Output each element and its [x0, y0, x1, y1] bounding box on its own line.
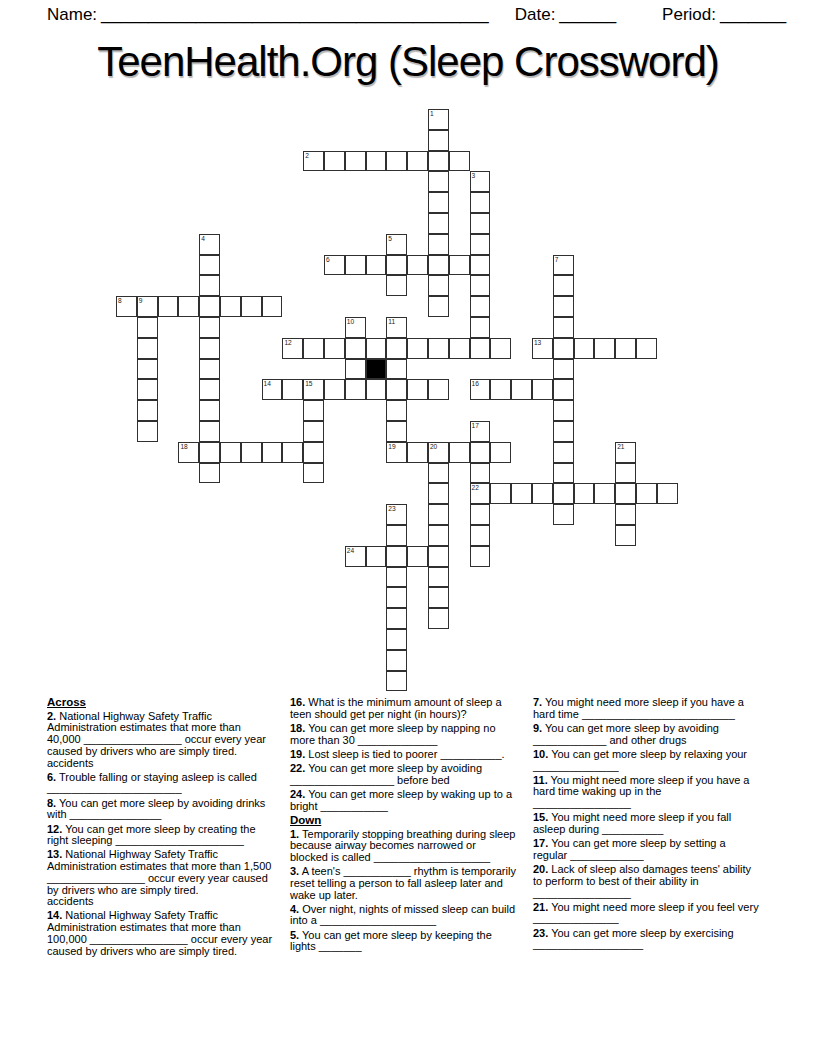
- grid-cell[interactable]: [366, 338, 387, 359]
- grid-cell[interactable]: [428, 608, 449, 629]
- grid-cell[interactable]: 12: [282, 338, 303, 359]
- grid-cell[interactable]: [407, 151, 428, 172]
- grid-cell[interactable]: [199, 400, 220, 421]
- clue-number: 7: [555, 256, 559, 264]
- grid-cell[interactable]: [407, 255, 428, 276]
- clue-number: 16: [472, 380, 479, 388]
- grid-cell[interactable]: [574, 338, 595, 359]
- clue-number-label: 7.: [533, 696, 542, 708]
- clue-number: 2: [305, 152, 309, 160]
- grid-cell[interactable]: [470, 234, 491, 255]
- grid-cell[interactable]: [199, 255, 220, 276]
- grid-cell[interactable]: [303, 442, 324, 463]
- grid-cell[interactable]: [470, 525, 491, 546]
- grid-cell[interactable]: [470, 442, 491, 463]
- grid-cell[interactable]: [553, 379, 574, 400]
- grid-cell[interactable]: [345, 338, 366, 359]
- clue-column: 16. What is the minimum amount of sleep …: [290, 697, 516, 960]
- grid-cell[interactable]: [366, 255, 387, 276]
- grid-cell[interactable]: [366, 546, 387, 567]
- grid-cell[interactable]: [428, 130, 449, 151]
- clue-number-label: 6.: [47, 771, 56, 783]
- grid-cell[interactable]: [490, 379, 511, 400]
- grid-cell[interactable]: [449, 255, 470, 276]
- grid-cell[interactable]: [636, 338, 657, 359]
- grid-cell[interactable]: [553, 359, 574, 380]
- grid-cell[interactable]: [386, 379, 407, 400]
- clue-number: 9: [139, 297, 143, 305]
- grid-cell[interactable]: 8: [116, 296, 137, 317]
- grid-cell[interactable]: 21: [615, 442, 636, 463]
- grid-cell[interactable]: [428, 338, 449, 359]
- clue: 7. You might need more sleep if you have…: [533, 697, 759, 720]
- clue-number: 14: [264, 380, 271, 388]
- clue: 13. National Highway Safety Traffic Admi…: [47, 849, 273, 908]
- grid-cell[interactable]: [386, 275, 407, 296]
- grid-cell[interactable]: 9: [137, 296, 158, 317]
- grid-cell[interactable]: [386, 421, 407, 442]
- clue: 10. You can get more sleep by relaxing y…: [533, 749, 759, 772]
- grid-cell[interactable]: [407, 379, 428, 400]
- grid-cell[interactable]: [511, 379, 532, 400]
- grid-cell[interactable]: [470, 338, 491, 359]
- clue: 14. National Highway Safety Traffic Admi…: [47, 910, 273, 957]
- grid-cell[interactable]: [428, 171, 449, 192]
- grid-cell[interactable]: [428, 255, 449, 276]
- grid-cell[interactable]: [490, 338, 511, 359]
- clue-number-label: 13.: [47, 848, 62, 860]
- grid-cell[interactable]: [594, 338, 615, 359]
- grid-cell[interactable]: [574, 483, 595, 504]
- grid-cell[interactable]: 5: [386, 234, 407, 255]
- grid-cell[interactable]: [199, 463, 220, 484]
- clue-number: 11: [388, 318, 395, 326]
- grid-cell[interactable]: [282, 442, 303, 463]
- grid-cell[interactable]: [594, 483, 615, 504]
- clue-number-label: 10.: [533, 748, 548, 760]
- grid-cell[interactable]: [428, 213, 449, 234]
- grid-cell[interactable]: [511, 483, 532, 504]
- clue-number-label: 9.: [533, 722, 542, 734]
- grid-cell[interactable]: [553, 400, 574, 421]
- grid-cell[interactable]: 7: [553, 255, 574, 276]
- grid-cell[interactable]: [199, 338, 220, 359]
- grid-cell[interactable]: [553, 442, 574, 463]
- clue-number-label: 11.: [533, 774, 548, 786]
- clue: 2. National Highway Safety Traffic Admin…: [47, 711, 273, 770]
- clue-number: 21: [617, 443, 624, 451]
- grid-cell[interactable]: 15: [303, 379, 324, 400]
- grid-cell[interactable]: [262, 296, 283, 317]
- clue-number-label: 8.: [47, 797, 56, 809]
- grid-cell[interactable]: [241, 296, 262, 317]
- period-label: Period:: [662, 5, 716, 25]
- grid-cell[interactable]: [615, 483, 636, 504]
- grid-cell[interactable]: 20: [428, 442, 449, 463]
- clue-number-label: 23.: [533, 927, 548, 939]
- grid-cell[interactable]: [449, 338, 470, 359]
- worksheet-page: Name: __________________________________…: [0, 0, 816, 1056]
- grid-cell[interactable]: [470, 255, 491, 276]
- clue-number-label: 22.: [290, 762, 305, 774]
- grid-cell[interactable]: [345, 379, 366, 400]
- clue-number-label: 21.: [533, 901, 548, 913]
- clue-number-label: 12.: [47, 823, 62, 835]
- grid-cell[interactable]: [470, 504, 491, 525]
- clue: 19. Lost sleep is tied to poorer _______…: [290, 749, 516, 761]
- grid-cell[interactable]: [199, 359, 220, 380]
- grid-cell[interactable]: [553, 421, 574, 442]
- grid-cell[interactable]: [386, 546, 407, 567]
- clue: 15. You might need more sleep if you fal…: [533, 812, 759, 835]
- grid-cell[interactable]: [303, 338, 324, 359]
- clue-number: 1: [430, 110, 434, 118]
- grid-cell[interactable]: [345, 255, 366, 276]
- clue-number-label: 17.: [533, 837, 548, 849]
- grid-cell[interactable]: 10: [345, 317, 366, 338]
- grid-cell[interactable]: [386, 587, 407, 608]
- grid-cell[interactable]: [386, 629, 407, 650]
- clue-number-label: 19.: [290, 748, 305, 760]
- grid-cell[interactable]: [428, 379, 449, 400]
- grid-cell[interactable]: [615, 504, 636, 525]
- clue: 23. You can get more sleep by exercising…: [533, 928, 759, 951]
- grid-cell[interactable]: [553, 463, 574, 484]
- clue-number-label: 15.: [533, 811, 548, 823]
- grid-cell[interactable]: [470, 213, 491, 234]
- grid-cell[interactable]: [428, 567, 449, 588]
- grid-cell[interactable]: [386, 151, 407, 172]
- name-label: Name:: [47, 5, 97, 25]
- grid-cell[interactable]: [345, 359, 366, 380]
- grid-cell[interactable]: 3: [470, 171, 491, 192]
- grid-cell[interactable]: 6: [324, 255, 345, 276]
- grid-cell[interactable]: [137, 338, 158, 359]
- grid-cell[interactable]: [553, 275, 574, 296]
- clue-number-label: 5.: [290, 929, 299, 941]
- clue-number: 3: [472, 172, 476, 180]
- grid-cell[interactable]: [282, 379, 303, 400]
- grid-cell[interactable]: [407, 442, 428, 463]
- period-blank-line[interactable]: _______: [720, 5, 786, 25]
- grid-cell[interactable]: [137, 400, 158, 421]
- grid-cell[interactable]: 17: [470, 421, 491, 442]
- date-label: Date:: [515, 5, 556, 25]
- grid-cell[interactable]: [428, 504, 449, 525]
- grid-cell[interactable]: [657, 483, 678, 504]
- name-blank-line[interactable]: ________________________________________…: [101, 5, 489, 25]
- grid-cell[interactable]: 14: [262, 379, 283, 400]
- clue-number: 17: [472, 422, 479, 430]
- clue-number: 20: [430, 443, 437, 451]
- clue-number-label: 16.: [290, 696, 305, 708]
- grid-cell[interactable]: [532, 483, 553, 504]
- grid-cell[interactable]: [178, 296, 199, 317]
- date-blank-line[interactable]: ______: [559, 5, 616, 25]
- worksheet-header: Name: __________________________________…: [47, 5, 739, 25]
- clue-number-label: 2.: [47, 710, 56, 722]
- grid-cell[interactable]: [615, 525, 636, 546]
- grid-cell[interactable]: [303, 400, 324, 421]
- clue: 24. You can get more sleep by waking up …: [290, 789, 516, 812]
- grid-cell[interactable]: [428, 546, 449, 567]
- grid-cell[interactable]: [428, 463, 449, 484]
- grid-cell[interactable]: [470, 275, 491, 296]
- clue-number: 5: [388, 235, 392, 243]
- clue-number: 13: [534, 339, 541, 347]
- clue: 3. A teen's ___________ rhythm is tempor…: [290, 866, 516, 901]
- grid-cell[interactable]: [158, 296, 179, 317]
- grid-cell[interactable]: [449, 442, 470, 463]
- grid-cell[interactable]: [428, 525, 449, 546]
- grid-cell[interactable]: [137, 379, 158, 400]
- clue-number: 15: [305, 380, 312, 388]
- grid-cell[interactable]: [490, 442, 511, 463]
- clue-column: Across2. National Highway Safety Traffic…: [47, 697, 273, 960]
- grid-cell[interactable]: [324, 379, 345, 400]
- clue: 5. You can get more sleep by keeping the…: [290, 930, 516, 953]
- grid-cell[interactable]: [449, 151, 470, 172]
- grid-cell[interactable]: [366, 379, 387, 400]
- clue: 12. You can get more sleep by creating t…: [47, 824, 273, 847]
- clue-number: 22: [472, 484, 479, 492]
- grid-cell[interactable]: [532, 379, 553, 400]
- grid-cell[interactable]: [553, 483, 574, 504]
- grid-cell[interactable]: 4: [199, 234, 220, 255]
- clue: 6. Trouble falling or staying asleep is …: [47, 772, 273, 795]
- grid-cell[interactable]: [386, 359, 407, 380]
- clue-number-label: 3.: [290, 865, 299, 877]
- clue: 20. Lack of sleep also damages teens' ab…: [533, 864, 759, 899]
- grid-cell[interactable]: [470, 463, 491, 484]
- clue-number: 6: [326, 256, 330, 264]
- grid-cell[interactable]: [220, 296, 241, 317]
- grid-cell[interactable]: [199, 442, 220, 463]
- grid-cell[interactable]: 18: [178, 442, 199, 463]
- grid-cell[interactable]: [428, 192, 449, 213]
- clue-number-label: 24.: [290, 788, 305, 800]
- grid-cell[interactable]: [262, 442, 283, 463]
- clue-section-header: Across: [47, 697, 273, 709]
- clue: 22. You can get more sleep by avoiding _…: [290, 763, 516, 786]
- grid-cell[interactable]: [324, 338, 345, 359]
- clue: 18. You can get more sleep by napping no…: [290, 723, 516, 746]
- clue: 11. You might need more sleep if you hav…: [533, 775, 759, 810]
- grid-cell[interactable]: [470, 192, 491, 213]
- clue-section: Across2. National Highway Safety Traffic…: [47, 697, 760, 960]
- grid-cell[interactable]: [386, 650, 407, 671]
- grid-cell[interactable]: [470, 546, 491, 567]
- clue-number-label: 18.: [290, 722, 305, 734]
- grid-cell[interactable]: [137, 317, 158, 338]
- grid-cell[interactable]: [470, 317, 491, 338]
- grid-cell[interactable]: [303, 463, 324, 484]
- clue-section-header: Down: [290, 815, 516, 827]
- grid-cell[interactable]: [241, 442, 262, 463]
- grid-cell[interactable]: 11: [386, 317, 407, 338]
- grid-cell[interactable]: [386, 608, 407, 629]
- grid-cell[interactable]: [636, 483, 657, 504]
- clue-number: 10: [347, 318, 354, 326]
- clue-number: 12: [284, 339, 291, 347]
- clue: 16. What is the minimum amount of sleep …: [290, 697, 516, 720]
- clue-number: 19: [388, 443, 395, 451]
- clue: 8. You can get more sleep by avoiding dr…: [47, 798, 273, 821]
- grid-cell[interactable]: [553, 317, 574, 338]
- grid-cell[interactable]: [615, 463, 636, 484]
- grid-cell[interactable]: [407, 338, 428, 359]
- grid-cell[interactable]: [615, 338, 636, 359]
- grid-cell[interactable]: [345, 151, 366, 172]
- clue-number: 4: [201, 235, 205, 243]
- clue-number: 8: [118, 297, 122, 305]
- clue: 4. Over night, nights of missed sleep ca…: [290, 904, 516, 927]
- grid-cell[interactable]: [199, 317, 220, 338]
- blocked-cell: [366, 359, 387, 380]
- clue-number-label: 1.: [290, 828, 299, 840]
- clue-number-label: 4.: [290, 903, 299, 915]
- clue: 9. You can get more sleep by avoiding __…: [533, 723, 759, 746]
- grid-cell[interactable]: 2: [303, 151, 324, 172]
- grid-cell[interactable]: 19: [386, 442, 407, 463]
- grid-cell[interactable]: [428, 151, 449, 172]
- grid-cell[interactable]: [366, 151, 387, 172]
- clue-number-label: 14.: [47, 909, 62, 921]
- grid-cell[interactable]: 16: [470, 379, 491, 400]
- crossword-grid: 123456789101112131415161718192021222324: [116, 109, 678, 691]
- grid-cell[interactable]: [199, 379, 220, 400]
- grid-cell[interactable]: [407, 546, 428, 567]
- grid-cell[interactable]: [553, 504, 574, 525]
- grid-cell[interactable]: [386, 400, 407, 421]
- grid-cell[interactable]: 22: [470, 483, 491, 504]
- clue-number: 18: [180, 443, 187, 451]
- grid-cell[interactable]: [220, 442, 241, 463]
- grid-cell[interactable]: [137, 359, 158, 380]
- grid-cell[interactable]: 23: [386, 504, 407, 525]
- clue-number: 23: [388, 505, 395, 513]
- grid-cell[interactable]: [553, 338, 574, 359]
- grid-cell[interactable]: [137, 421, 158, 442]
- grid-cell[interactable]: [428, 234, 449, 255]
- grid-cell[interactable]: [553, 296, 574, 317]
- grid-cell[interactable]: [386, 567, 407, 588]
- grid-cell[interactable]: [386, 525, 407, 546]
- grid-cell[interactable]: 24: [345, 546, 366, 567]
- page-title: TeenHealth.Org (Sleep Crossword): [0, 38, 816, 86]
- grid-cell[interactable]: [199, 421, 220, 442]
- grid-cell[interactable]: [386, 255, 407, 276]
- grid-cell[interactable]: [199, 296, 220, 317]
- grid-cell[interactable]: [386, 338, 407, 359]
- clue: 17. You can get more sleep by setting a …: [533, 838, 759, 861]
- grid-cell[interactable]: [324, 151, 345, 172]
- clue: 1. Temporarily stopping breathing during…: [290, 829, 516, 864]
- grid-cell[interactable]: [386, 671, 407, 692]
- grid-cell[interactable]: [470, 296, 491, 317]
- clue-number-label: 20.: [533, 863, 548, 875]
- grid-cell[interactable]: [490, 483, 511, 504]
- grid-cell[interactable]: [428, 296, 449, 317]
- grid-cell[interactable]: 1: [428, 109, 449, 130]
- grid-cell[interactable]: [428, 483, 449, 504]
- clue-number: 24: [347, 547, 354, 555]
- grid-cell[interactable]: [428, 587, 449, 608]
- grid-cell[interactable]: 13: [532, 338, 553, 359]
- clue-column: 7. You might need more sleep if you have…: [533, 697, 759, 960]
- grid-cell[interactable]: [303, 421, 324, 442]
- grid-cell[interactable]: [428, 275, 449, 296]
- clue: 21. You might need more sleep if you fee…: [533, 902, 759, 925]
- grid-cell[interactable]: [199, 275, 220, 296]
